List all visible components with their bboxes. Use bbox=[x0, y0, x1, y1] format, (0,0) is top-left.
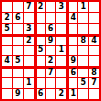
cell-r4c4[interactable] bbox=[35, 35, 45, 45]
cell-r3c3[interactable]: 3 bbox=[24, 24, 34, 34]
cell-r7c7[interactable]: 6 bbox=[67, 67, 77, 77]
cell-r8c3[interactable]: 1 bbox=[24, 78, 34, 88]
cell-r2c1[interactable]: 2 bbox=[2, 13, 12, 23]
cell-r8c8[interactable]: 5 bbox=[78, 78, 88, 88]
cell-r6c6[interactable] bbox=[56, 56, 66, 66]
cell-r3c7[interactable] bbox=[67, 24, 77, 34]
cell-r4c8[interactable]: 8 bbox=[78, 35, 88, 45]
cell-r6c3[interactable] bbox=[24, 56, 34, 66]
cell-r6c2[interactable]: 5 bbox=[13, 56, 23, 66]
cell-r1c3[interactable]: 7 bbox=[24, 2, 34, 12]
cell-r4c7[interactable] bbox=[67, 35, 77, 45]
cell-r9c2[interactable]: 9 bbox=[13, 89, 23, 99]
cell-r6c5[interactable]: 2 bbox=[46, 56, 56, 66]
cell-r8c2[interactable] bbox=[13, 78, 23, 88]
cell-r9c8[interactable] bbox=[78, 89, 88, 99]
cell-r9c7[interactable]: 1 bbox=[67, 89, 77, 99]
cell-r5c5[interactable] bbox=[46, 46, 56, 56]
cell-r3c5[interactable]: 6 bbox=[46, 24, 56, 34]
cell-r6c4[interactable] bbox=[35, 56, 45, 66]
cell-r4c3[interactable]: 2 bbox=[24, 35, 34, 45]
cell-r9c6[interactable]: 2 bbox=[56, 89, 66, 99]
cell-r9c9[interactable] bbox=[89, 89, 99, 99]
cell-r9c5[interactable] bbox=[46, 89, 56, 99]
cell-r1c1[interactable] bbox=[2, 2, 12, 12]
cell-r8c6[interactable] bbox=[56, 78, 66, 88]
cell-r2c9[interactable] bbox=[89, 13, 99, 23]
sudoku-board: 723126453629845145297681579621 bbox=[0, 0, 101, 101]
cell-r8c4[interactable] bbox=[35, 78, 45, 88]
cell-r1c4[interactable]: 2 bbox=[35, 2, 45, 12]
cell-r7c9[interactable]: 8 bbox=[89, 67, 99, 77]
cell-r4c9[interactable]: 4 bbox=[89, 35, 99, 45]
cell-r5c3[interactable] bbox=[24, 46, 34, 56]
cell-r3c2[interactable] bbox=[13, 24, 23, 34]
cell-r3c6[interactable] bbox=[56, 24, 66, 34]
cell-r5c6[interactable]: 1 bbox=[56, 46, 66, 56]
cell-r3c1[interactable]: 5 bbox=[2, 24, 12, 34]
cell-r7c4[interactable] bbox=[35, 67, 45, 77]
cell-r5c4[interactable]: 5 bbox=[35, 46, 45, 56]
cell-r5c9[interactable] bbox=[89, 46, 99, 56]
cell-r1c5[interactable] bbox=[46, 2, 56, 12]
cell-r7c5[interactable]: 7 bbox=[46, 67, 56, 77]
cell-r1c2[interactable] bbox=[13, 2, 23, 12]
cell-r2c3[interactable] bbox=[24, 13, 34, 23]
cell-r2c4[interactable] bbox=[35, 13, 45, 23]
cell-r2c7[interactable]: 4 bbox=[67, 13, 77, 23]
cell-r3c8[interactable] bbox=[78, 24, 88, 34]
cell-r4c6[interactable] bbox=[56, 35, 66, 45]
cell-r5c2[interactable] bbox=[13, 46, 23, 56]
cell-r1c9[interactable] bbox=[89, 2, 99, 12]
cell-r7c3[interactable] bbox=[24, 67, 34, 77]
cell-r4c5[interactable]: 9 bbox=[46, 35, 56, 45]
cell-r5c1[interactable] bbox=[2, 46, 12, 56]
cell-r7c2[interactable] bbox=[13, 67, 23, 77]
cell-r6c8[interactable] bbox=[78, 56, 88, 66]
cell-r1c6[interactable]: 3 bbox=[56, 2, 66, 12]
cell-r5c7[interactable] bbox=[67, 46, 77, 56]
cell-r4c1[interactable] bbox=[2, 35, 12, 45]
cell-r6c1[interactable]: 4 bbox=[2, 56, 12, 66]
cell-r8c1[interactable] bbox=[2, 78, 12, 88]
cell-r6c9[interactable] bbox=[89, 56, 99, 66]
cell-r5c8[interactable] bbox=[78, 46, 88, 56]
cell-r9c3[interactable] bbox=[24, 89, 34, 99]
cell-r2c6[interactable] bbox=[56, 13, 66, 23]
cell-r9c4[interactable]: 6 bbox=[35, 89, 45, 99]
cell-r8c7[interactable] bbox=[67, 78, 77, 88]
cell-r7c8[interactable] bbox=[78, 67, 88, 77]
cell-r3c4[interactable] bbox=[35, 24, 45, 34]
cell-r9c1[interactable] bbox=[2, 89, 12, 99]
cell-r4c2[interactable] bbox=[13, 35, 23, 45]
cell-r6c7[interactable]: 9 bbox=[67, 56, 77, 66]
cell-r8c5[interactable] bbox=[46, 78, 56, 88]
cell-r7c6[interactable] bbox=[56, 67, 66, 77]
cell-r3c9[interactable] bbox=[89, 24, 99, 34]
cell-r7c1[interactable] bbox=[2, 67, 12, 77]
cell-r2c2[interactable]: 6 bbox=[13, 13, 23, 23]
cell-r8c9[interactable]: 7 bbox=[89, 78, 99, 88]
cell-r2c5[interactable] bbox=[46, 13, 56, 23]
cell-r2c8[interactable] bbox=[78, 13, 88, 23]
cell-r1c8[interactable]: 1 bbox=[78, 2, 88, 12]
cell-r1c7[interactable] bbox=[67, 2, 77, 12]
